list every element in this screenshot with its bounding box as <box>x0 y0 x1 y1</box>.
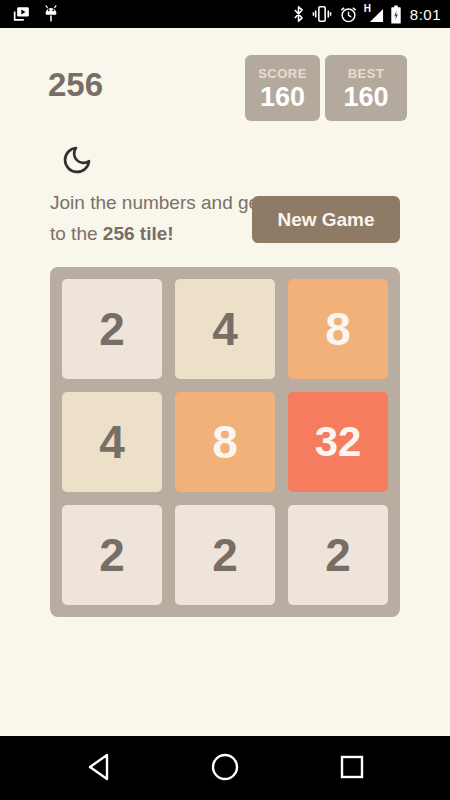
status-bar-clock: 8:01 <box>408 6 445 23</box>
moon-icon <box>61 164 93 179</box>
tile-2: 2 <box>288 505 388 605</box>
new-game-button[interactable]: New Game <box>252 196 400 243</box>
tile-2: 2 <box>62 279 162 379</box>
tile-2: 2 <box>62 505 162 605</box>
score-box: SCORE 160 <box>245 55 320 121</box>
tile-4: 4 <box>62 392 162 492</box>
recents-icon <box>339 754 365 783</box>
tile-2: 2 <box>175 505 275 605</box>
tile-8: 8 <box>288 279 388 379</box>
back-button[interactable] <box>83 752 113 784</box>
alarm-icon <box>339 5 358 24</box>
best-label: BEST <box>348 66 385 81</box>
best-box: BEST 160 <box>325 55 407 121</box>
network-h-signal-icon: H <box>364 4 384 24</box>
tile-8: 8 <box>175 392 275 492</box>
android-debug-icon <box>42 3 60 25</box>
home-button[interactable] <box>210 752 240 784</box>
status-bar-left <box>5 3 60 25</box>
score-value: 160 <box>260 82 305 113</box>
status-bar: H 8:01 <box>0 0 450 28</box>
home-icon <box>210 752 240 785</box>
tile-32: 32 <box>288 392 388 492</box>
goal-tile-text: 256 tile! <box>103 223 174 244</box>
page-title: 256 <box>48 66 103 104</box>
screenshot-icon <box>10 4 31 24</box>
bluetooth-icon <box>292 5 305 23</box>
tile-4: 4 <box>175 279 275 379</box>
score-label: SCORE <box>258 66 307 81</box>
vibrate-icon <box>311 5 333 23</box>
status-bar-right: H 8:01 <box>292 4 445 24</box>
board[interactable]: 2484832222 <box>50 267 400 617</box>
recents-button[interactable] <box>337 752 367 784</box>
battery-charging-icon <box>390 5 402 24</box>
score-panel: SCORE 160 BEST 160 <box>245 55 407 121</box>
best-value: 160 <box>343 82 388 113</box>
instructions-line2: to the <box>50 223 103 244</box>
back-icon <box>85 752 111 785</box>
phone-screen: H 8:01 256 SCORE 160 BEST 160 <box>0 0 450 800</box>
nav-bar <box>0 736 450 800</box>
game-instructions: Join the numbers and get to the 256 tile… <box>50 187 285 249</box>
dark-mode-toggle[interactable] <box>60 144 94 178</box>
instructions-line1: Join the numbers and get <box>50 192 264 213</box>
